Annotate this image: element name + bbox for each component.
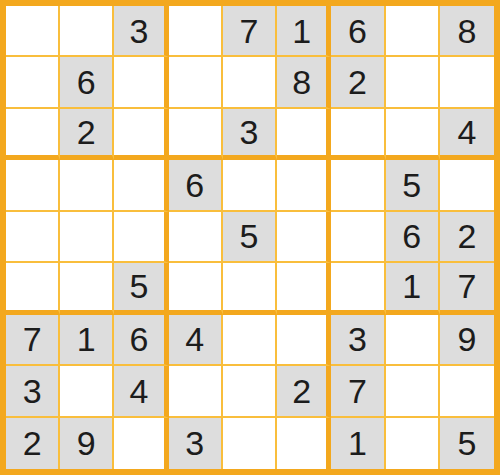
cell-r5c1-empty[interactable] bbox=[6, 212, 60, 263]
cell-r7c3-given-digit: 6 bbox=[114, 315, 168, 366]
cell-r3c2-given-digit: 2 bbox=[60, 109, 114, 160]
cell-r2c8-empty[interactable] bbox=[386, 57, 440, 108]
cell-r8c8-empty[interactable] bbox=[386, 366, 440, 417]
cell-r7c8-empty[interactable] bbox=[386, 315, 440, 366]
cell-r6c5-empty[interactable] bbox=[223, 263, 277, 314]
cell-r3c6-empty[interactable] bbox=[277, 109, 331, 160]
cell-r2c1-empty[interactable] bbox=[6, 57, 60, 108]
cell-r5c6-empty[interactable] bbox=[277, 212, 331, 263]
cell-r6c9-given-digit: 7 bbox=[440, 263, 494, 314]
cell-r8c7-given-digit: 7 bbox=[331, 366, 385, 417]
cell-r2c3-empty[interactable] bbox=[114, 57, 168, 108]
sudoku-board: 3716868223465562517716439342729315 bbox=[0, 0, 500, 475]
cell-r6c4-empty[interactable] bbox=[169, 263, 223, 314]
cell-r3c9-given-digit: 4 bbox=[440, 109, 494, 160]
cell-r7c1-given-digit: 7 bbox=[6, 315, 60, 366]
cell-r1c1-empty[interactable] bbox=[6, 6, 60, 57]
cell-r1c2-empty[interactable] bbox=[60, 6, 114, 57]
cell-r8c1-given-digit: 3 bbox=[6, 366, 60, 417]
cell-r9c9-given-digit: 5 bbox=[440, 418, 494, 469]
cell-r6c8-given-digit: 1 bbox=[386, 263, 440, 314]
cell-r6c2-empty[interactable] bbox=[60, 263, 114, 314]
cell-r2c9-empty[interactable] bbox=[440, 57, 494, 108]
cell-r3c5-given-digit: 3 bbox=[223, 109, 277, 160]
cell-r9c3-empty[interactable] bbox=[114, 418, 168, 469]
cell-r7c7-given-digit: 3 bbox=[331, 315, 385, 366]
cell-r8c9-empty[interactable] bbox=[440, 366, 494, 417]
cell-r5c3-empty[interactable] bbox=[114, 212, 168, 263]
cell-r3c1-empty[interactable] bbox=[6, 109, 60, 160]
cell-r4c8-given-digit: 5 bbox=[386, 160, 440, 211]
cell-r8c4-empty[interactable] bbox=[169, 366, 223, 417]
cell-r4c6-empty[interactable] bbox=[277, 160, 331, 211]
cell-r6c1-empty[interactable] bbox=[6, 263, 60, 314]
cell-r9c6-empty[interactable] bbox=[277, 418, 331, 469]
cell-r9c8-empty[interactable] bbox=[386, 418, 440, 469]
cell-r8c2-empty[interactable] bbox=[60, 366, 114, 417]
cell-r4c3-empty[interactable] bbox=[114, 160, 168, 211]
cell-r5c8-given-digit: 6 bbox=[386, 212, 440, 263]
cell-r1c6-given-digit: 1 bbox=[277, 6, 331, 57]
cell-r4c9-empty[interactable] bbox=[440, 160, 494, 211]
cell-r2c4-empty[interactable] bbox=[169, 57, 223, 108]
cell-r9c1-given-digit: 2 bbox=[6, 418, 60, 469]
cell-r4c1-empty[interactable] bbox=[6, 160, 60, 211]
cell-r9c7-given-digit: 1 bbox=[331, 418, 385, 469]
cell-r8c6-given-digit: 2 bbox=[277, 366, 331, 417]
cell-r5c2-empty[interactable] bbox=[60, 212, 114, 263]
cell-r5c9-given-digit: 2 bbox=[440, 212, 494, 263]
cell-r1c4-empty[interactable] bbox=[169, 6, 223, 57]
cell-r2c5-empty[interactable] bbox=[223, 57, 277, 108]
cell-r1c9-given-digit: 8 bbox=[440, 6, 494, 57]
cell-r6c7-empty[interactable] bbox=[331, 263, 385, 314]
cell-r5c4-empty[interactable] bbox=[169, 212, 223, 263]
cell-r4c4-given-digit: 6 bbox=[169, 160, 223, 211]
cell-r6c6-empty[interactable] bbox=[277, 263, 331, 314]
cell-r7c4-given-digit: 4 bbox=[169, 315, 223, 366]
cell-r7c5-empty[interactable] bbox=[223, 315, 277, 366]
cell-r6c3-given-digit: 5 bbox=[114, 263, 168, 314]
cell-r7c2-given-digit: 1 bbox=[60, 315, 114, 366]
cell-r9c5-empty[interactable] bbox=[223, 418, 277, 469]
cell-r9c2-given-digit: 9 bbox=[60, 418, 114, 469]
cell-r8c3-given-digit: 4 bbox=[114, 366, 168, 417]
cell-r2c2-given-digit: 6 bbox=[60, 57, 114, 108]
cell-r7c6-empty[interactable] bbox=[277, 315, 331, 366]
cell-r9c4-given-digit: 3 bbox=[169, 418, 223, 469]
cell-r5c7-empty[interactable] bbox=[331, 212, 385, 263]
cell-r1c5-given-digit: 7 bbox=[223, 6, 277, 57]
cell-r4c7-empty[interactable] bbox=[331, 160, 385, 211]
cell-r1c3-given-digit: 3 bbox=[114, 6, 168, 57]
cell-r3c3-empty[interactable] bbox=[114, 109, 168, 160]
cell-r4c2-empty[interactable] bbox=[60, 160, 114, 211]
cell-r8c5-empty[interactable] bbox=[223, 366, 277, 417]
cell-r1c8-empty[interactable] bbox=[386, 6, 440, 57]
cell-r7c9-given-digit: 9 bbox=[440, 315, 494, 366]
cell-r3c4-empty[interactable] bbox=[169, 109, 223, 160]
cell-r1c7-given-digit: 6 bbox=[331, 6, 385, 57]
cell-r3c8-empty[interactable] bbox=[386, 109, 440, 160]
cell-r2c7-given-digit: 2 bbox=[331, 57, 385, 108]
cell-r2c6-given-digit: 8 bbox=[277, 57, 331, 108]
cell-r5c5-given-digit: 5 bbox=[223, 212, 277, 263]
cell-r4c5-empty[interactable] bbox=[223, 160, 277, 211]
cell-r3c7-empty[interactable] bbox=[331, 109, 385, 160]
